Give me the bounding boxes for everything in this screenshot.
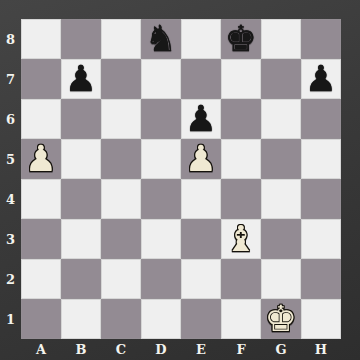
square-f3[interactable]: ♝ bbox=[221, 219, 261, 259]
square-b6[interactable] bbox=[61, 99, 101, 139]
square-d1[interactable] bbox=[141, 299, 181, 339]
square-a7[interactable] bbox=[21, 59, 61, 99]
square-g7[interactable] bbox=[261, 59, 301, 99]
file-label-b: B bbox=[61, 339, 101, 360]
square-a4[interactable] bbox=[21, 179, 61, 219]
square-c5[interactable] bbox=[101, 139, 141, 179]
chess-board: ♞♚♟♟♟♟♟♝♚ bbox=[21, 19, 341, 339]
square-d8[interactable]: ♞ bbox=[141, 19, 181, 59]
black-king-f8[interactable]: ♚ bbox=[225, 19, 257, 59]
square-c4[interactable] bbox=[101, 179, 141, 219]
square-h1[interactable] bbox=[301, 299, 341, 339]
square-a3[interactable] bbox=[21, 219, 61, 259]
square-c6[interactable] bbox=[101, 99, 141, 139]
white-pawn-e5[interactable]: ♟ bbox=[185, 139, 217, 179]
square-b2[interactable] bbox=[61, 259, 101, 299]
square-b1[interactable] bbox=[61, 299, 101, 339]
rank-label-5: 5 bbox=[0, 139, 21, 179]
square-c7[interactable] bbox=[101, 59, 141, 99]
white-king-g1[interactable]: ♚ bbox=[265, 299, 297, 339]
file-label-d: D bbox=[141, 339, 181, 360]
square-g8[interactable] bbox=[261, 19, 301, 59]
white-bishop-f3[interactable]: ♝ bbox=[225, 219, 257, 259]
rank-label-4: 4 bbox=[0, 179, 21, 219]
file-labels: ABCDEFGH bbox=[21, 339, 341, 360]
square-e6[interactable]: ♟ bbox=[181, 99, 221, 139]
rank-labels: 87654321 bbox=[0, 19, 21, 339]
square-e4[interactable] bbox=[181, 179, 221, 219]
black-knight-d8[interactable]: ♞ bbox=[145, 19, 177, 59]
rank-label-2: 2 bbox=[0, 259, 21, 299]
rank-label-1: 1 bbox=[0, 299, 21, 339]
square-c8[interactable] bbox=[101, 19, 141, 59]
file-label-c: C bbox=[101, 339, 141, 360]
square-d2[interactable] bbox=[141, 259, 181, 299]
square-c3[interactable] bbox=[101, 219, 141, 259]
square-f7[interactable] bbox=[221, 59, 261, 99]
file-label-a: A bbox=[21, 339, 61, 360]
square-b8[interactable] bbox=[61, 19, 101, 59]
square-g1[interactable]: ♚ bbox=[261, 299, 301, 339]
square-a2[interactable] bbox=[21, 259, 61, 299]
rank-label-7: 7 bbox=[0, 59, 21, 99]
square-h5[interactable] bbox=[301, 139, 341, 179]
rank-label-6: 6 bbox=[0, 99, 21, 139]
square-a1[interactable] bbox=[21, 299, 61, 339]
square-h7[interactable]: ♟ bbox=[301, 59, 341, 99]
square-g6[interactable] bbox=[261, 99, 301, 139]
square-a8[interactable] bbox=[21, 19, 61, 59]
black-pawn-h7[interactable]: ♟ bbox=[305, 59, 337, 99]
square-f5[interactable] bbox=[221, 139, 261, 179]
square-h8[interactable] bbox=[301, 19, 341, 59]
square-g2[interactable] bbox=[261, 259, 301, 299]
white-pawn-a5[interactable]: ♟ bbox=[25, 139, 57, 179]
square-d7[interactable] bbox=[141, 59, 181, 99]
black-pawn-e6[interactable]: ♟ bbox=[185, 99, 217, 139]
square-c2[interactable] bbox=[101, 259, 141, 299]
square-e8[interactable] bbox=[181, 19, 221, 59]
square-b5[interactable] bbox=[61, 139, 101, 179]
square-d3[interactable] bbox=[141, 219, 181, 259]
square-e3[interactable] bbox=[181, 219, 221, 259]
square-e1[interactable] bbox=[181, 299, 221, 339]
square-a5[interactable]: ♟ bbox=[21, 139, 61, 179]
rank-label-8: 8 bbox=[0, 19, 21, 59]
square-a6[interactable] bbox=[21, 99, 61, 139]
square-h2[interactable] bbox=[301, 259, 341, 299]
black-pawn-b7[interactable]: ♟ bbox=[65, 59, 97, 99]
square-b3[interactable] bbox=[61, 219, 101, 259]
square-f8[interactable]: ♚ bbox=[221, 19, 261, 59]
square-g3[interactable] bbox=[261, 219, 301, 259]
square-e2[interactable] bbox=[181, 259, 221, 299]
square-d6[interactable] bbox=[141, 99, 181, 139]
square-d4[interactable] bbox=[141, 179, 181, 219]
square-b4[interactable] bbox=[61, 179, 101, 219]
square-h3[interactable] bbox=[301, 219, 341, 259]
square-f1[interactable] bbox=[221, 299, 261, 339]
chess-board-frame: 87654321 ♞♚♟♟♟♟♟♝♚ ABCDEFGH bbox=[0, 0, 360, 360]
square-h6[interactable] bbox=[301, 99, 341, 139]
file-label-g: G bbox=[261, 339, 301, 360]
file-label-e: E bbox=[181, 339, 221, 360]
square-f2[interactable] bbox=[221, 259, 261, 299]
square-e7[interactable] bbox=[181, 59, 221, 99]
square-e5[interactable]: ♟ bbox=[181, 139, 221, 179]
square-b7[interactable]: ♟ bbox=[61, 59, 101, 99]
square-f4[interactable] bbox=[221, 179, 261, 219]
rank-label-3: 3 bbox=[0, 219, 21, 259]
square-c1[interactable] bbox=[101, 299, 141, 339]
square-f6[interactable] bbox=[221, 99, 261, 139]
square-g5[interactable] bbox=[261, 139, 301, 179]
square-d5[interactable] bbox=[141, 139, 181, 179]
file-label-f: F bbox=[221, 339, 261, 360]
square-g4[interactable] bbox=[261, 179, 301, 219]
square-h4[interactable] bbox=[301, 179, 341, 219]
file-label-h: H bbox=[301, 339, 341, 360]
